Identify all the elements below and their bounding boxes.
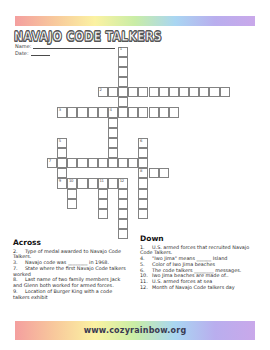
- grid-cell[interactable]: [77, 158, 87, 168]
- grid-cell[interactable]: [118, 209, 128, 219]
- grid-cell[interactable]: 4: [108, 107, 118, 117]
- clue-number: 11: [99, 179, 103, 183]
- clue-number: 2: [99, 88, 101, 92]
- grid-cell[interactable]: [138, 87, 148, 97]
- grid-cell[interactable]: [98, 209, 108, 219]
- grid-cell[interactable]: [118, 107, 128, 117]
- across-clue: 9.Location of Burger King with a code ta…: [13, 289, 127, 301]
- clue-number: 6: [140, 139, 142, 143]
- grid-cell[interactable]: [159, 168, 169, 178]
- across-section: Across 2.Type of medal awarded to Navajo…: [13, 238, 127, 301]
- across-clues: 2.Type of medal awarded to Navajo Code T…: [13, 249, 127, 301]
- clue-number: 8: [140, 169, 142, 173]
- clue-list-number: 1.: [140, 245, 152, 251]
- grid-cell[interactable]: [149, 87, 159, 97]
- grid-cell[interactable]: [118, 189, 128, 199]
- grid-cell[interactable]: [138, 158, 148, 168]
- grid-cell[interactable]: 2: [98, 87, 108, 97]
- grid-cell[interactable]: [77, 107, 87, 117]
- grid-cell[interactable]: [209, 87, 219, 97]
- clue-list-number: 9.: [13, 289, 25, 295]
- page-title: NAVAJO CODE TALKERS: [14, 28, 162, 44]
- grid-cell[interactable]: [108, 118, 118, 128]
- grid-cell[interactable]: [159, 87, 169, 97]
- down-heading: Down: [140, 234, 258, 243]
- grid-cell[interactable]: [98, 199, 108, 209]
- date-row: Date:: [15, 50, 50, 56]
- down-section: Down 1.U.S. armed forces that recruited …: [140, 234, 258, 291]
- grid-cell[interactable]: [118, 87, 128, 97]
- grid-cell[interactable]: [138, 189, 148, 199]
- grid-cell[interactable]: [118, 67, 128, 77]
- grid-cell[interactable]: [220, 87, 230, 97]
- grid-cell[interactable]: [138, 199, 148, 209]
- grid-cell[interactable]: [138, 107, 148, 117]
- clue-list-number: 2.: [13, 249, 25, 255]
- grid-cell[interactable]: [108, 138, 118, 148]
- down-clues: 1.U.S. armed forces that recruited Navaj…: [140, 245, 258, 291]
- clue-list-number: 12.: [140, 285, 152, 291]
- clue-list-number: 7.: [13, 266, 25, 272]
- footer-url: www.cozyrainbow.org: [84, 326, 187, 335]
- grid-cell[interactable]: [118, 219, 128, 229]
- grid-cell[interactable]: [118, 77, 128, 87]
- grid-cell[interactable]: 11: [98, 178, 108, 188]
- grid-cell[interactable]: [149, 107, 159, 117]
- grid-cell[interactable]: [138, 209, 148, 219]
- grid-cell[interactable]: [108, 148, 118, 158]
- clue-number: 9: [59, 179, 61, 183]
- grid-cell[interactable]: [159, 107, 169, 117]
- clue-number: 4: [110, 108, 112, 112]
- grid-cell[interactable]: 10: [67, 178, 77, 188]
- grid-cell[interactable]: [108, 128, 118, 138]
- date-label: Date:: [15, 50, 29, 56]
- grid-cell[interactable]: [179, 87, 189, 97]
- grid-cell[interactable]: [189, 87, 199, 97]
- grid-cell[interactable]: [88, 158, 98, 168]
- clue-number: 3: [59, 108, 61, 112]
- grid-cell[interactable]: [118, 199, 128, 209]
- grid-cell[interactable]: [67, 158, 77, 168]
- grid-cell[interactable]: [77, 178, 87, 188]
- grid-cell[interactable]: [67, 189, 77, 199]
- grid-cell[interactable]: [118, 57, 128, 67]
- grid-cell[interactable]: 6: [138, 138, 148, 148]
- grid-cell[interactable]: [67, 199, 77, 209]
- grid-cell[interactable]: 9: [57, 178, 67, 188]
- grid-cell[interactable]: 8: [138, 168, 148, 178]
- grid-cell[interactable]: [138, 148, 148, 158]
- grid-cell[interactable]: [98, 107, 108, 117]
- down-clue: 12.Month of Navajo Code talkers day: [140, 285, 258, 291]
- grid-cell[interactable]: [57, 148, 67, 158]
- grid-cell[interactable]: [88, 178, 98, 188]
- clue-number: 5: [59, 139, 61, 143]
- crossword-grid: 123456789101112: [47, 47, 231, 241]
- grid-cell[interactable]: [128, 158, 138, 168]
- grid-cell[interactable]: [67, 107, 77, 117]
- grid-cell[interactable]: [169, 87, 179, 97]
- grid-cell[interactable]: 3: [57, 107, 67, 117]
- footer-rainbow-bar: www.cozyrainbow.org: [15, 321, 255, 340]
- across-heading: Across: [13, 238, 127, 247]
- grid-cell[interactable]: [118, 158, 128, 168]
- grid-cell[interactable]: [98, 158, 108, 168]
- clue-list-number: 8.: [13, 277, 25, 283]
- grid-cell[interactable]: [88, 107, 98, 117]
- grid-cell[interactable]: [98, 189, 108, 199]
- grid-cell[interactable]: [199, 87, 209, 97]
- clue-number: 12: [120, 179, 124, 183]
- grid-cell[interactable]: [57, 158, 67, 168]
- grid-cell[interactable]: 7: [47, 158, 57, 168]
- top-rainbow-bar: [15, 16, 255, 26]
- grid-cell[interactable]: 5: [57, 138, 67, 148]
- grid-cell[interactable]: 1: [118, 47, 128, 57]
- grid-cell[interactable]: [108, 158, 118, 168]
- grid-cell[interactable]: [128, 107, 138, 117]
- clue-number: 1: [120, 47, 122, 51]
- clue-number: 7: [49, 159, 51, 163]
- grid-cell[interactable]: [108, 178, 118, 188]
- grid-cell[interactable]: [128, 87, 138, 97]
- grid-cell[interactable]: [149, 168, 159, 178]
- grid-cell[interactable]: [108, 87, 118, 97]
- grid-cell[interactable]: [57, 168, 67, 178]
- grid-cell[interactable]: 12: [118, 178, 128, 188]
- clue-number: 10: [69, 179, 73, 183]
- grid-cell[interactable]: [169, 107, 179, 117]
- grid-cell[interactable]: [138, 178, 148, 188]
- name-label: Name:: [15, 43, 31, 49]
- grid-cell[interactable]: [118, 97, 128, 107]
